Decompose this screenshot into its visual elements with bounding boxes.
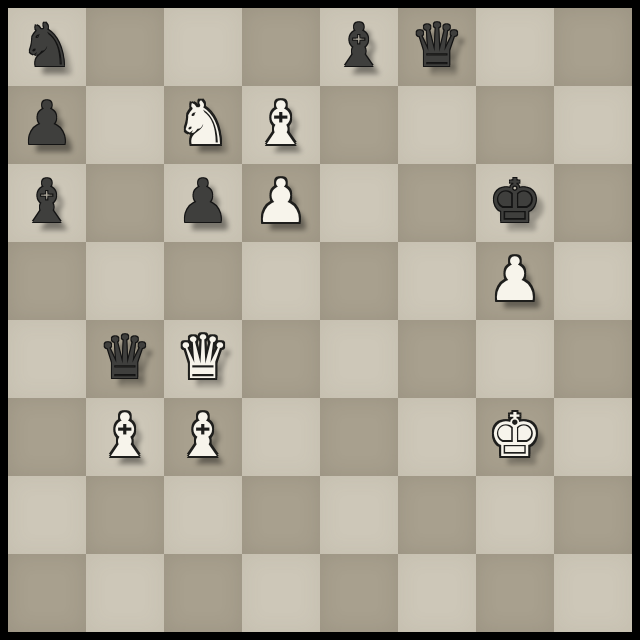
square-g7[interactable] <box>476 86 554 164</box>
square-a5[interactable] <box>8 242 86 320</box>
square-b7[interactable] <box>86 86 164 164</box>
square-b3[interactable]: ♝ <box>86 398 164 476</box>
square-h4[interactable] <box>554 320 632 398</box>
piece-white-bishop-d7[interactable]: ♝ <box>254 84 308 162</box>
square-b8[interactable] <box>86 8 164 86</box>
square-f2[interactable] <box>398 476 476 554</box>
piece-white-bishop-b3[interactable]: ♝ <box>98 396 152 474</box>
piece-white-queen-c4[interactable]: ♛ <box>176 318 230 396</box>
square-e4[interactable] <box>320 320 398 398</box>
square-c7[interactable]: ♞ <box>164 86 242 164</box>
square-g8[interactable] <box>476 8 554 86</box>
square-e6[interactable] <box>320 164 398 242</box>
square-c4[interactable]: ♛ <box>164 320 242 398</box>
square-h1[interactable] <box>554 554 632 632</box>
square-b2[interactable] <box>86 476 164 554</box>
square-b6[interactable] <box>86 164 164 242</box>
square-d5[interactable] <box>242 242 320 320</box>
square-a8[interactable]: ♞ <box>8 8 86 86</box>
square-a4[interactable] <box>8 320 86 398</box>
square-g4[interactable] <box>476 320 554 398</box>
square-b5[interactable] <box>86 242 164 320</box>
piece-black-queen-f8[interactable]: ♛ <box>410 6 464 84</box>
square-d7[interactable]: ♝ <box>242 86 320 164</box>
square-h2[interactable] <box>554 476 632 554</box>
square-e8[interactable]: ♝ <box>320 8 398 86</box>
square-h5[interactable] <box>554 242 632 320</box>
piece-black-king-g6[interactable]: ♚ <box>488 162 542 240</box>
square-a1[interactable] <box>8 554 86 632</box>
square-f6[interactable] <box>398 164 476 242</box>
piece-white-king-g3[interactable]: ♚ <box>488 396 542 474</box>
square-f7[interactable] <box>398 86 476 164</box>
square-a7[interactable]: ♟ <box>8 86 86 164</box>
piece-white-knight-c7[interactable]: ♞ <box>176 84 230 162</box>
square-b1[interactable] <box>86 554 164 632</box>
square-f4[interactable] <box>398 320 476 398</box>
square-a6[interactable]: ♝ <box>8 164 86 242</box>
piece-black-bishop-a6[interactable]: ♝ <box>20 162 74 240</box>
square-c6[interactable]: ♟ <box>164 164 242 242</box>
piece-black-queen-b4[interactable]: ♛ <box>98 318 152 396</box>
square-f8[interactable]: ♛ <box>398 8 476 86</box>
square-c8[interactable] <box>164 8 242 86</box>
square-h3[interactable] <box>554 398 632 476</box>
square-f1[interactable] <box>398 554 476 632</box>
piece-black-bishop-e8[interactable]: ♝ <box>332 6 386 84</box>
square-d1[interactable] <box>242 554 320 632</box>
square-h6[interactable] <box>554 164 632 242</box>
square-c2[interactable] <box>164 476 242 554</box>
square-g1[interactable] <box>476 554 554 632</box>
square-g5[interactable]: ♟ <box>476 242 554 320</box>
square-d6[interactable]: ♟ <box>242 164 320 242</box>
square-c1[interactable] <box>164 554 242 632</box>
square-d2[interactable] <box>242 476 320 554</box>
square-f3[interactable] <box>398 398 476 476</box>
piece-black-pawn-c6[interactable]: ♟ <box>176 162 230 240</box>
board-frame: ♞♝♛♟♞♝♝♟♟♚♟♛♛♝♝♚ <box>0 0 640 640</box>
square-d8[interactable] <box>242 8 320 86</box>
square-e2[interactable] <box>320 476 398 554</box>
square-d4[interactable] <box>242 320 320 398</box>
square-b4[interactable]: ♛ <box>86 320 164 398</box>
piece-black-knight-a8[interactable]: ♞ <box>20 6 74 84</box>
square-e1[interactable] <box>320 554 398 632</box>
square-a2[interactable] <box>8 476 86 554</box>
square-c5[interactable] <box>164 242 242 320</box>
square-h8[interactable] <box>554 8 632 86</box>
square-e7[interactable] <box>320 86 398 164</box>
piece-white-pawn-d6[interactable]: ♟ <box>254 162 308 240</box>
square-d3[interactable] <box>242 398 320 476</box>
square-g6[interactable]: ♚ <box>476 164 554 242</box>
square-h7[interactable] <box>554 86 632 164</box>
square-f5[interactable] <box>398 242 476 320</box>
piece-white-bishop-c3[interactable]: ♝ <box>176 396 230 474</box>
square-g2[interactable] <box>476 476 554 554</box>
square-e3[interactable] <box>320 398 398 476</box>
piece-white-pawn-g5[interactable]: ♟ <box>488 240 542 318</box>
square-c3[interactable]: ♝ <box>164 398 242 476</box>
square-a3[interactable] <box>8 398 86 476</box>
chess-board: ♞♝♛♟♞♝♝♟♟♚♟♛♛♝♝♚ <box>8 8 632 632</box>
square-e5[interactable] <box>320 242 398 320</box>
square-g3[interactable]: ♚ <box>476 398 554 476</box>
piece-black-pawn-a7[interactable]: ♟ <box>20 84 74 162</box>
